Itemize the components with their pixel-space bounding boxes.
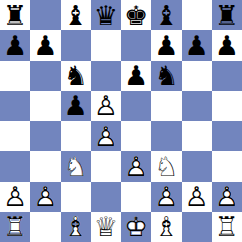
- white-pawn-outline-glyph: ♙: [91, 121, 121, 151]
- black-bishop-piece[interactable]: ♝: [61, 0, 91, 30]
- black-pawn-piece[interactable]: ♟: [212, 30, 242, 60]
- black-knight-piece[interactable]: ♞: [151, 61, 181, 91]
- white-bishop-outline-glyph: ♗: [61, 212, 91, 242]
- white-pawn-outline-glyph: ♙: [151, 182, 181, 212]
- black-bishop-piece[interactable]: ♝: [151, 0, 181, 30]
- square-d1[interactable]: ♛♕: [91, 212, 121, 242]
- white-king-piece[interactable]: ♚♔: [121, 212, 151, 242]
- white-rook-outline-glyph: ♖: [0, 212, 30, 242]
- square-g2[interactable]: ♟♙: [182, 182, 212, 212]
- square-b1[interactable]: [30, 212, 60, 242]
- square-g6[interactable]: [182, 61, 212, 91]
- black-rook-piece[interactable]: ♜: [212, 0, 242, 30]
- square-b3[interactable]: [30, 151, 60, 181]
- white-king-outline-glyph: ♔: [121, 212, 151, 242]
- white-queen-outline-glyph: ♕: [91, 212, 121, 242]
- white-pawn-piece[interactable]: ♟♙: [182, 182, 212, 212]
- white-pawn-piece[interactable]: ♟♙: [91, 121, 121, 151]
- square-d8[interactable]: ♛: [91, 0, 121, 30]
- square-e7[interactable]: [121, 30, 151, 60]
- chess-board: ♜♝♛♚♝♜♟♟♟♟♟♞♟♞♟♟♙♟♙♞♘♟♙♞♘♟♙♟♙♟♙♟♙♟♙♜♖♝♗♛…: [0, 0, 242, 242]
- square-b2[interactable]: ♟♙: [30, 182, 60, 212]
- white-rook-piece[interactable]: ♜♖: [0, 212, 30, 242]
- white-bishop-outline-glyph: ♗: [151, 212, 181, 242]
- square-g5[interactable]: [182, 91, 212, 121]
- square-c4[interactable]: [61, 121, 91, 151]
- black-pawn-piece[interactable]: ♟: [61, 91, 91, 121]
- square-h7[interactable]: ♟: [212, 30, 242, 60]
- square-h1[interactable]: ♜♖: [212, 212, 242, 242]
- black-pawn-piece[interactable]: ♟: [121, 61, 151, 91]
- square-f6[interactable]: ♞: [151, 61, 181, 91]
- white-bishop-piece[interactable]: ♝♗: [151, 212, 181, 242]
- square-g8[interactable]: [182, 0, 212, 30]
- square-e6[interactable]: ♟: [121, 61, 151, 91]
- square-c1[interactable]: ♝♗: [61, 212, 91, 242]
- square-h5[interactable]: [212, 91, 242, 121]
- black-rook-piece[interactable]: ♜: [0, 0, 30, 30]
- square-e8[interactable]: ♚: [121, 0, 151, 30]
- white-pawn-outline-glyph: ♙: [30, 182, 60, 212]
- white-pawn-piece[interactable]: ♟♙: [151, 182, 181, 212]
- black-knight-piece[interactable]: ♞: [61, 61, 91, 91]
- white-knight-piece[interactable]: ♞♘: [61, 151, 91, 181]
- square-g7[interactable]: ♟: [182, 30, 212, 60]
- square-d6[interactable]: [91, 61, 121, 91]
- square-f8[interactable]: ♝: [151, 0, 181, 30]
- square-e4[interactable]: [121, 121, 151, 151]
- white-pawn-outline-glyph: ♙: [182, 182, 212, 212]
- white-knight-outline-glyph: ♘: [151, 151, 181, 181]
- square-c2[interactable]: [61, 182, 91, 212]
- square-b6[interactable]: [30, 61, 60, 91]
- white-pawn-piece[interactable]: ♟♙: [212, 182, 242, 212]
- square-b4[interactable]: [30, 121, 60, 151]
- square-f4[interactable]: [151, 121, 181, 151]
- square-a1[interactable]: ♜♖: [0, 212, 30, 242]
- white-knight-piece[interactable]: ♞♘: [151, 151, 181, 181]
- square-h8[interactable]: ♜: [212, 0, 242, 30]
- white-bishop-piece[interactable]: ♝♗: [61, 212, 91, 242]
- white-queen-piece[interactable]: ♛♕: [91, 212, 121, 242]
- square-a6[interactable]: [0, 61, 30, 91]
- square-h6[interactable]: [212, 61, 242, 91]
- square-g1[interactable]: [182, 212, 212, 242]
- white-pawn-piece[interactable]: ♟♙: [0, 182, 30, 212]
- square-f2[interactable]: ♟♙: [151, 182, 181, 212]
- square-f7[interactable]: ♟: [151, 30, 181, 60]
- square-g4[interactable]: [182, 121, 212, 151]
- square-a4[interactable]: [0, 121, 30, 151]
- square-d7[interactable]: [91, 30, 121, 60]
- square-f3[interactable]: ♞♘: [151, 151, 181, 181]
- square-e1[interactable]: ♚♔: [121, 212, 151, 242]
- square-d4[interactable]: ♟♙: [91, 121, 121, 151]
- square-c7[interactable]: [61, 30, 91, 60]
- black-queen-piece[interactable]: ♛: [91, 0, 121, 30]
- white-knight-outline-glyph: ♘: [61, 151, 91, 181]
- white-pawn-outline-glyph: ♙: [121, 151, 151, 181]
- square-e2[interactable]: [121, 182, 151, 212]
- white-pawn-piece[interactable]: ♟♙: [91, 91, 121, 121]
- square-h3[interactable]: [212, 151, 242, 181]
- square-d2[interactable]: [91, 182, 121, 212]
- square-a3[interactable]: [0, 151, 30, 181]
- square-h4[interactable]: [212, 121, 242, 151]
- square-f5[interactable]: [151, 91, 181, 121]
- square-e3[interactable]: ♟♙: [121, 151, 151, 181]
- square-a8[interactable]: ♜: [0, 0, 30, 30]
- black-pawn-piece[interactable]: ♟: [182, 30, 212, 60]
- square-a7[interactable]: ♟: [0, 30, 30, 60]
- square-b8[interactable]: [30, 0, 60, 30]
- white-rook-outline-glyph: ♖: [212, 212, 242, 242]
- black-pawn-piece[interactable]: ♟: [30, 30, 60, 60]
- white-pawn-outline-glyph: ♙: [0, 182, 30, 212]
- square-c8[interactable]: ♝: [61, 0, 91, 30]
- square-c3[interactable]: ♞♘: [61, 151, 91, 181]
- white-pawn-outline-glyph: ♙: [91, 91, 121, 121]
- square-b5[interactable]: [30, 91, 60, 121]
- square-c6[interactable]: ♞: [61, 61, 91, 91]
- square-e5[interactable]: [121, 91, 151, 121]
- square-d3[interactable]: [91, 151, 121, 181]
- square-c5[interactable]: ♟: [61, 91, 91, 121]
- square-f1[interactable]: ♝♗: [151, 212, 181, 242]
- square-a5[interactable]: [0, 91, 30, 121]
- white-pawn-piece[interactable]: ♟♙: [121, 151, 151, 181]
- black-pawn-piece[interactable]: ♟: [0, 30, 30, 60]
- square-d5[interactable]: ♟♙: [91, 91, 121, 121]
- white-pawn-outline-glyph: ♙: [212, 182, 242, 212]
- white-pawn-piece[interactable]: ♟♙: [30, 182, 60, 212]
- black-pawn-piece[interactable]: ♟: [151, 30, 181, 60]
- square-a2[interactable]: ♟♙: [0, 182, 30, 212]
- square-b7[interactable]: ♟: [30, 30, 60, 60]
- square-g3[interactable]: [182, 151, 212, 181]
- white-rook-piece[interactable]: ♜♖: [212, 212, 242, 242]
- black-king-piece[interactable]: ♚: [121, 0, 151, 30]
- square-h2[interactable]: ♟♙: [212, 182, 242, 212]
